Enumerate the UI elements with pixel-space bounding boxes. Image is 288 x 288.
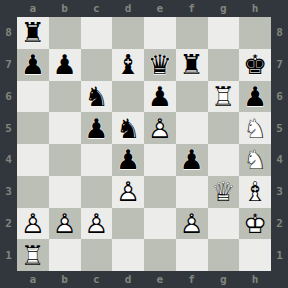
square-b6[interactable] <box>49 81 81 113</box>
white-rook-outline: ♖ <box>17 239 49 271</box>
square-c3[interactable] <box>81 176 113 208</box>
piece-white-pawn[interactable]: ♟♙ <box>81 208 113 240</box>
rank-labels-right: 87654321 <box>271 17 288 271</box>
square-e8[interactable] <box>144 17 176 49</box>
rank-label-3: 3 <box>271 176 288 208</box>
file-label-a: a <box>17 0 49 17</box>
piece-black-rook[interactable]: ♜ <box>176 49 208 81</box>
square-a4[interactable] <box>17 144 49 176</box>
square-h1[interactable] <box>239 239 271 271</box>
rank-label-6: 6 <box>271 81 288 113</box>
white-pawn-outline: ♙ <box>112 176 144 208</box>
square-g6[interactable]: ♜♖ <box>208 81 240 113</box>
square-d1[interactable] <box>112 239 144 271</box>
square-f3[interactable] <box>176 176 208 208</box>
piece-white-pawn[interactable]: ♟♙ <box>17 208 49 240</box>
rank-label-2: 2 <box>0 208 17 240</box>
square-e7[interactable]: ♛ <box>144 49 176 81</box>
square-d3[interactable]: ♟♙ <box>112 176 144 208</box>
file-labels-top: abcdefgh <box>17 0 271 17</box>
rank-labels-left: 87654321 <box>0 17 17 271</box>
piece-white-knight[interactable]: ♞♘ <box>239 112 271 144</box>
piece-black-pawn[interactable]: ♟ <box>81 112 113 144</box>
piece-black-queen[interactable]: ♛ <box>144 49 176 81</box>
piece-black-rook[interactable]: ♜ <box>17 17 49 49</box>
file-label-h: h <box>239 271 271 288</box>
white-pawn-outline: ♙ <box>81 208 113 240</box>
rank-label-3: 3 <box>0 176 17 208</box>
square-d7[interactable]: ♝ <box>112 49 144 81</box>
rank-label-1: 1 <box>271 239 288 271</box>
file-label-d: d <box>112 271 144 288</box>
file-label-f: f <box>176 0 208 17</box>
square-g7[interactable] <box>208 49 240 81</box>
white-pawn-outline: ♙ <box>176 208 208 240</box>
rank-label-8: 8 <box>0 17 17 49</box>
white-pawn-outline: ♙ <box>17 208 49 240</box>
rank-label-1: 1 <box>0 239 17 271</box>
file-label-e: e <box>144 271 176 288</box>
square-g5[interactable] <box>208 112 240 144</box>
square-g1[interactable] <box>208 239 240 271</box>
square-g8[interactable] <box>208 17 240 49</box>
piece-white-pawn[interactable]: ♟♙ <box>144 112 176 144</box>
square-f2[interactable]: ♟♙ <box>176 208 208 240</box>
square-c2[interactable]: ♟♙ <box>81 208 113 240</box>
square-f7[interactable]: ♜ <box>176 49 208 81</box>
square-e4[interactable] <box>144 144 176 176</box>
square-h3[interactable]: ♝♗ <box>239 176 271 208</box>
piece-black-king[interactable]: ♚ <box>239 49 271 81</box>
rank-label-4: 4 <box>0 144 17 176</box>
piece-black-knight[interactable]: ♞ <box>112 112 144 144</box>
file-label-b: b <box>49 271 81 288</box>
white-rook-outline: ♖ <box>208 81 240 113</box>
piece-black-pawn[interactable]: ♟ <box>112 144 144 176</box>
piece-white-knight[interactable]: ♞♘ <box>239 144 271 176</box>
file-label-g: g <box>208 0 240 17</box>
piece-black-pawn[interactable]: ♟ <box>17 49 49 81</box>
piece-black-pawn[interactable]: ♟ <box>49 49 81 81</box>
piece-white-pawn[interactable]: ♟♙ <box>176 208 208 240</box>
rank-label-5: 5 <box>0 112 17 144</box>
rank-label-7: 7 <box>0 49 17 81</box>
file-label-a: a <box>17 271 49 288</box>
chess-board: ♜♟♟♝♛♜♚♞♟♜♖♟♟♞♟♙♞♘♟♟♞♘♟♙♛♕♝♗♟♙♟♙♟♙♟♙♚♔♜♖ <box>17 17 271 271</box>
file-label-b: b <box>49 0 81 17</box>
square-f8[interactable] <box>176 17 208 49</box>
square-a7[interactable]: ♟ <box>17 49 49 81</box>
white-pawn-outline: ♙ <box>144 112 176 144</box>
square-c8[interactable] <box>81 17 113 49</box>
white-queen-outline: ♕ <box>208 176 240 208</box>
white-knight-outline: ♘ <box>239 112 271 144</box>
file-label-f: f <box>176 271 208 288</box>
file-label-c: c <box>81 0 113 17</box>
square-d6[interactable] <box>112 81 144 113</box>
rank-label-4: 4 <box>271 144 288 176</box>
white-bishop-outline: ♗ <box>239 176 271 208</box>
rank-label-6: 6 <box>0 81 17 113</box>
square-h8[interactable] <box>239 17 271 49</box>
piece-white-pawn[interactable]: ♟♙ <box>112 176 144 208</box>
square-h2[interactable]: ♚♔ <box>239 208 271 240</box>
square-d2[interactable] <box>112 208 144 240</box>
file-label-d: d <box>112 0 144 17</box>
square-b7[interactable]: ♟ <box>49 49 81 81</box>
square-e5[interactable]: ♟♙ <box>144 112 176 144</box>
square-a3[interactable] <box>17 176 49 208</box>
square-a6[interactable] <box>17 81 49 113</box>
square-c7[interactable] <box>81 49 113 81</box>
square-f6[interactable] <box>176 81 208 113</box>
square-d8[interactable] <box>112 17 144 49</box>
square-b8[interactable] <box>49 17 81 49</box>
piece-white-rook[interactable]: ♜♖ <box>208 81 240 113</box>
piece-black-pawn[interactable]: ♟ <box>239 81 271 113</box>
chess-board-frame: abcdefgh 87654321 ♜♟♟♝♛♜♚♞♟♜♖♟♟♞♟♙♞♘♟♟♞♘… <box>0 0 288 288</box>
square-e1[interactable] <box>144 239 176 271</box>
piece-black-bishop[interactable]: ♝ <box>112 49 144 81</box>
white-knight-outline: ♘ <box>239 144 271 176</box>
square-a2[interactable]: ♟♙ <box>17 208 49 240</box>
square-b4[interactable] <box>49 144 81 176</box>
square-b3[interactable] <box>49 176 81 208</box>
square-g2[interactable] <box>208 208 240 240</box>
rank-label-8: 8 <box>271 17 288 49</box>
piece-black-pawn[interactable]: ♟ <box>144 81 176 113</box>
square-d4[interactable]: ♟ <box>112 144 144 176</box>
square-c5[interactable]: ♟ <box>81 112 113 144</box>
piece-black-knight[interactable]: ♞ <box>81 81 113 113</box>
white-king-outline: ♔ <box>239 208 271 240</box>
piece-white-bishop[interactable]: ♝♗ <box>239 176 271 208</box>
file-labels-bottom: abcdefgh <box>17 271 271 288</box>
square-a8[interactable]: ♜ <box>17 17 49 49</box>
square-e2[interactable] <box>144 208 176 240</box>
piece-white-pawn[interactable]: ♟♙ <box>49 208 81 240</box>
square-d5[interactable]: ♞ <box>112 112 144 144</box>
square-a5[interactable] <box>17 112 49 144</box>
square-g3[interactable]: ♛♕ <box>208 176 240 208</box>
square-h6[interactable]: ♟ <box>239 81 271 113</box>
square-b1[interactable] <box>49 239 81 271</box>
square-h7[interactable]: ♚ <box>239 49 271 81</box>
rank-label-2: 2 <box>271 208 288 240</box>
square-h4[interactable]: ♞♘ <box>239 144 271 176</box>
piece-black-pawn[interactable]: ♟ <box>176 144 208 176</box>
piece-white-queen[interactable]: ♛♕ <box>208 176 240 208</box>
file-label-g: g <box>208 271 240 288</box>
square-c4[interactable] <box>81 144 113 176</box>
file-label-h: h <box>239 0 271 17</box>
rank-label-7: 7 <box>271 49 288 81</box>
square-f1[interactable] <box>176 239 208 271</box>
square-c1[interactable] <box>81 239 113 271</box>
file-label-e: e <box>144 0 176 17</box>
square-h5[interactable]: ♞♘ <box>239 112 271 144</box>
square-c6[interactable]: ♞ <box>81 81 113 113</box>
square-a1[interactable]: ♜♖ <box>17 239 49 271</box>
file-label-c: c <box>81 271 113 288</box>
square-e3[interactable] <box>144 176 176 208</box>
square-e6[interactable]: ♟ <box>144 81 176 113</box>
rank-label-5: 5 <box>271 112 288 144</box>
piece-white-rook[interactable]: ♜♖ <box>17 239 49 271</box>
square-f5[interactable] <box>176 112 208 144</box>
piece-white-king[interactable]: ♚♔ <box>239 208 271 240</box>
square-f4[interactable]: ♟ <box>176 144 208 176</box>
square-g4[interactable] <box>208 144 240 176</box>
square-b2[interactable]: ♟♙ <box>49 208 81 240</box>
white-pawn-outline: ♙ <box>49 208 81 240</box>
square-b5[interactable] <box>49 112 81 144</box>
